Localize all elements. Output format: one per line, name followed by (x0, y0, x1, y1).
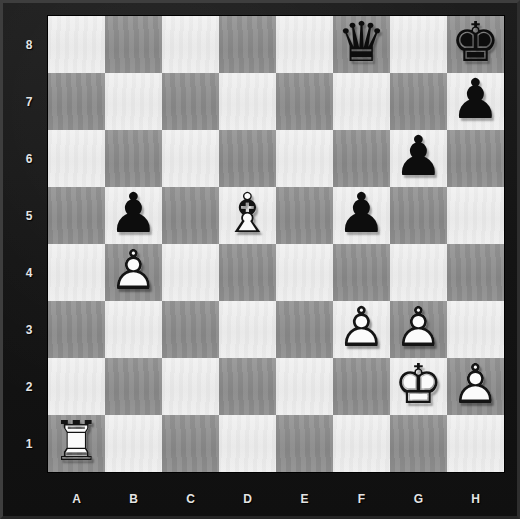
square-g3[interactable]: ♟♙ (390, 301, 447, 358)
square-e1[interactable] (276, 415, 333, 472)
square-h3[interactable] (447, 301, 504, 358)
square-f7[interactable] (333, 73, 390, 130)
square-e4[interactable] (276, 244, 333, 301)
square-h7[interactable]: ♟ (447, 73, 504, 130)
piece-outline-glyph: ♙ (390, 299, 447, 356)
file-label-f: F (333, 492, 390, 506)
square-g6[interactable]: ♟ (390, 130, 447, 187)
rank-label-7: 7 (0, 73, 48, 130)
square-e5[interactable] (276, 187, 333, 244)
rank-label-8: 8 (0, 16, 48, 73)
file-label-a: A (48, 492, 105, 506)
square-c5[interactable] (162, 187, 219, 244)
file-label-h: H (447, 492, 504, 506)
file-label-g: G (390, 492, 447, 506)
white-pawn-piece: ♟♙ (390, 301, 447, 358)
piece-outline-glyph: ♙ (333, 299, 390, 356)
piece-glyph: ♛ (333, 14, 390, 71)
square-f4[interactable] (333, 244, 390, 301)
square-g5[interactable] (390, 187, 447, 244)
white-rook-piece: ♜♖ (48, 415, 105, 472)
white-king-piece: ♚♔ (390, 358, 447, 415)
square-c2[interactable] (162, 358, 219, 415)
square-e2[interactable] (276, 358, 333, 415)
square-c3[interactable] (162, 301, 219, 358)
square-a5[interactable] (48, 187, 105, 244)
square-c1[interactable] (162, 415, 219, 472)
square-e6[interactable] (276, 130, 333, 187)
square-d5[interactable]: ♝♗ (219, 187, 276, 244)
square-a2[interactable] (48, 358, 105, 415)
rank-label-5: 5 (0, 187, 48, 244)
file-labels: ABCDEFGH (48, 472, 504, 519)
square-g2[interactable]: ♚♔ (390, 358, 447, 415)
square-h4[interactable] (447, 244, 504, 301)
square-f5[interactable]: ♟ (333, 187, 390, 244)
square-a4[interactable] (48, 244, 105, 301)
square-c6[interactable] (162, 130, 219, 187)
piece-glyph: ♟ (333, 185, 390, 242)
square-b8[interactable] (105, 16, 162, 73)
square-b5[interactable]: ♟ (105, 187, 162, 244)
square-g4[interactable] (390, 244, 447, 301)
white-bishop-piece: ♝♗ (219, 187, 276, 244)
square-e7[interactable] (276, 73, 333, 130)
square-a7[interactable] (48, 73, 105, 130)
square-a3[interactable] (48, 301, 105, 358)
square-h8[interactable]: ♚ (447, 16, 504, 73)
square-d1[interactable] (219, 415, 276, 472)
file-label-e: E (276, 492, 333, 506)
piece-outline-glyph: ♙ (105, 242, 162, 299)
black-king-piece: ♚ (447, 16, 504, 73)
black-pawn-piece: ♟ (105, 187, 162, 244)
square-f1[interactable] (333, 415, 390, 472)
square-f2[interactable] (333, 358, 390, 415)
square-g7[interactable] (390, 73, 447, 130)
square-h1[interactable] (447, 415, 504, 472)
square-d8[interactable] (219, 16, 276, 73)
black-pawn-piece: ♟ (390, 130, 447, 187)
file-label-c: C (162, 492, 219, 506)
rank-label-4: 4 (0, 244, 48, 301)
square-b4[interactable]: ♟♙ (105, 244, 162, 301)
square-f8[interactable]: ♛ (333, 16, 390, 73)
square-c8[interactable] (162, 16, 219, 73)
black-queen-piece: ♛ (333, 16, 390, 73)
square-d6[interactable] (219, 130, 276, 187)
square-f3[interactable]: ♟♙ (333, 301, 390, 358)
square-g1[interactable] (390, 415, 447, 472)
white-pawn-piece: ♟♙ (105, 244, 162, 301)
black-pawn-piece: ♟ (333, 187, 390, 244)
piece-glyph: ♟ (390, 128, 447, 185)
rank-label-2: 2 (0, 358, 48, 415)
square-d7[interactable] (219, 73, 276, 130)
piece-glyph: ♟ (105, 185, 162, 242)
square-d3[interactable] (219, 301, 276, 358)
square-h2[interactable]: ♟♙ (447, 358, 504, 415)
rank-labels: 87654321 (0, 16, 48, 472)
square-c7[interactable] (162, 73, 219, 130)
square-a6[interactable] (48, 130, 105, 187)
square-e3[interactable] (276, 301, 333, 358)
square-b1[interactable] (105, 415, 162, 472)
piece-glyph: ♚ (447, 14, 504, 71)
square-g8[interactable] (390, 16, 447, 73)
file-label-b: B (105, 492, 162, 506)
piece-outline-glyph: ♙ (447, 356, 504, 413)
square-b6[interactable] (105, 130, 162, 187)
rank-label-1: 1 (0, 415, 48, 472)
square-b3[interactable] (105, 301, 162, 358)
square-d4[interactable] (219, 244, 276, 301)
square-e8[interactable] (276, 16, 333, 73)
square-h5[interactable] (447, 187, 504, 244)
piece-outline-glyph: ♔ (390, 356, 447, 413)
file-label-d: D (219, 492, 276, 506)
rank-label-6: 6 (0, 130, 48, 187)
chess-diagram: 87654321 ♛♚♟♟♟♝♗♟♟♙♟♙♟♙♚♔♟♙♜♖ ABCDEFGH (0, 0, 520, 519)
white-pawn-piece: ♟♙ (447, 358, 504, 415)
piece-outline-glyph: ♗ (219, 185, 276, 242)
piece-glyph: ♟ (447, 71, 504, 128)
rank-label-3: 3 (0, 301, 48, 358)
square-b2[interactable] (105, 358, 162, 415)
square-b7[interactable] (105, 73, 162, 130)
square-c4[interactable] (162, 244, 219, 301)
white-pawn-piece: ♟♙ (333, 301, 390, 358)
square-a1[interactable]: ♜♖ (48, 415, 105, 472)
black-pawn-piece: ♟ (447, 73, 504, 130)
square-h6[interactable] (447, 130, 504, 187)
square-a8[interactable] (48, 16, 105, 73)
square-d2[interactable] (219, 358, 276, 415)
chess-board: ♛♚♟♟♟♝♗♟♟♙♟♙♟♙♚♔♟♙♜♖ (48, 16, 504, 472)
square-f6[interactable] (333, 130, 390, 187)
piece-outline-glyph: ♖ (48, 413, 105, 470)
